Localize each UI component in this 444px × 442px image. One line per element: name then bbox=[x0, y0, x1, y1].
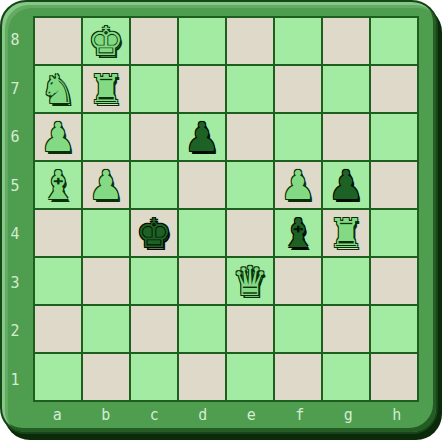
square-c8[interactable] bbox=[131, 18, 177, 64]
square-c6[interactable] bbox=[131, 114, 177, 160]
rank-label-3: 3 bbox=[0, 259, 30, 308]
square-c2[interactable] bbox=[131, 306, 177, 352]
file-label-b: b bbox=[82, 402, 131, 428]
black-pawn-g5[interactable]: ♟ bbox=[323, 162, 369, 208]
square-b4[interactable] bbox=[83, 210, 129, 256]
square-c5[interactable] bbox=[131, 162, 177, 208]
square-d3[interactable] bbox=[179, 258, 225, 304]
square-a8[interactable] bbox=[35, 18, 81, 64]
square-f6[interactable] bbox=[275, 114, 321, 160]
square-g6[interactable] bbox=[323, 114, 369, 160]
square-h1[interactable] bbox=[371, 354, 417, 400]
square-f2[interactable] bbox=[275, 306, 321, 352]
square-e5[interactable] bbox=[227, 162, 273, 208]
square-a5[interactable]: ♝ bbox=[35, 162, 81, 208]
square-g3[interactable] bbox=[323, 258, 369, 304]
rank-label-7: 7 bbox=[0, 65, 30, 114]
square-b7[interactable]: ♜ bbox=[83, 66, 129, 112]
square-e4[interactable] bbox=[227, 210, 273, 256]
square-g8[interactable] bbox=[323, 18, 369, 64]
square-d6[interactable]: ♟ bbox=[179, 114, 225, 160]
square-c7[interactable] bbox=[131, 66, 177, 112]
square-a1[interactable] bbox=[35, 354, 81, 400]
square-f7[interactable] bbox=[275, 66, 321, 112]
white-knight-a7[interactable]: ♞ bbox=[35, 66, 81, 112]
square-a3[interactable] bbox=[35, 258, 81, 304]
white-rook-b7[interactable]: ♜ bbox=[83, 66, 129, 112]
square-h4[interactable] bbox=[371, 210, 417, 256]
square-a6[interactable]: ♟ bbox=[35, 114, 81, 160]
rank-labels: 87654321 bbox=[0, 16, 30, 404]
square-h2[interactable] bbox=[371, 306, 417, 352]
file-label-f: f bbox=[276, 402, 325, 428]
rank-label-4: 4 bbox=[0, 210, 30, 259]
square-e1[interactable] bbox=[227, 354, 273, 400]
square-b1[interactable] bbox=[83, 354, 129, 400]
file-label-a: a bbox=[33, 402, 82, 428]
file-label-d: d bbox=[179, 402, 228, 428]
square-g5[interactable]: ♟ bbox=[323, 162, 369, 208]
white-pawn-f5[interactable]: ♟ bbox=[275, 162, 321, 208]
file-label-e: e bbox=[227, 402, 276, 428]
white-queen-e3[interactable]: ♛ bbox=[227, 258, 273, 304]
square-g2[interactable] bbox=[323, 306, 369, 352]
white-pawn-b5[interactable]: ♟ bbox=[83, 162, 129, 208]
black-bishop-f4[interactable]: ♝ bbox=[275, 210, 321, 256]
square-d2[interactable] bbox=[179, 306, 225, 352]
square-h3[interactable] bbox=[371, 258, 417, 304]
square-d7[interactable] bbox=[179, 66, 225, 112]
black-pawn-d6[interactable]: ♟ bbox=[179, 114, 225, 160]
square-d5[interactable] bbox=[179, 162, 225, 208]
rank-label-5: 5 bbox=[0, 162, 30, 211]
square-f8[interactable] bbox=[275, 18, 321, 64]
square-f1[interactable] bbox=[275, 354, 321, 400]
square-a2[interactable] bbox=[35, 306, 81, 352]
square-f3[interactable] bbox=[275, 258, 321, 304]
square-e2[interactable] bbox=[227, 306, 273, 352]
square-e6[interactable] bbox=[227, 114, 273, 160]
square-c4[interactable]: ♚ bbox=[131, 210, 177, 256]
square-e3[interactable]: ♛ bbox=[227, 258, 273, 304]
square-g1[interactable] bbox=[323, 354, 369, 400]
square-b6[interactable] bbox=[83, 114, 129, 160]
square-d4[interactable] bbox=[179, 210, 225, 256]
square-f4[interactable]: ♝ bbox=[275, 210, 321, 256]
square-d8[interactable] bbox=[179, 18, 225, 64]
rank-label-6: 6 bbox=[0, 113, 30, 162]
square-g7[interactable] bbox=[323, 66, 369, 112]
rank-label-2: 2 bbox=[0, 307, 30, 356]
black-king-c4[interactable]: ♚ bbox=[131, 210, 177, 256]
square-g4[interactable]: ♜ bbox=[323, 210, 369, 256]
chess-app-window: ♚♞♜♟♟♝♟♟♟♚♝♜♛ 87654321 abcdefgh bbox=[0, 0, 444, 442]
square-e7[interactable] bbox=[227, 66, 273, 112]
square-b5[interactable]: ♟ bbox=[83, 162, 129, 208]
square-b8[interactable]: ♚ bbox=[83, 18, 129, 64]
white-rook-g4[interactable]: ♜ bbox=[323, 210, 369, 256]
square-c3[interactable] bbox=[131, 258, 177, 304]
square-b2[interactable] bbox=[83, 306, 129, 352]
file-label-c: c bbox=[130, 402, 179, 428]
white-pawn-a6[interactable]: ♟ bbox=[35, 114, 81, 160]
square-e8[interactable] bbox=[227, 18, 273, 64]
file-labels: abcdefgh bbox=[33, 402, 421, 428]
chess-board: ♚♞♜♟♟♝♟♟♟♚♝♜♛ bbox=[33, 16, 419, 402]
square-h7[interactable] bbox=[371, 66, 417, 112]
white-king-b8[interactable]: ♚ bbox=[83, 18, 129, 64]
file-label-g: g bbox=[324, 402, 373, 428]
rank-label-1: 1 bbox=[0, 356, 30, 405]
white-bishop-a5[interactable]: ♝ bbox=[35, 162, 81, 208]
square-h8[interactable] bbox=[371, 18, 417, 64]
square-b3[interactable] bbox=[83, 258, 129, 304]
square-f5[interactable]: ♟ bbox=[275, 162, 321, 208]
square-d1[interactable] bbox=[179, 354, 225, 400]
square-c1[interactable] bbox=[131, 354, 177, 400]
square-h5[interactable] bbox=[371, 162, 417, 208]
square-a4[interactable] bbox=[35, 210, 81, 256]
square-h6[interactable] bbox=[371, 114, 417, 160]
rank-label-8: 8 bbox=[0, 16, 30, 65]
file-label-h: h bbox=[373, 402, 422, 428]
square-a7[interactable]: ♞ bbox=[35, 66, 81, 112]
